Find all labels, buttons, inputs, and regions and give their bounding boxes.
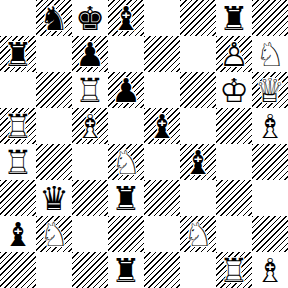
square-b6[interactable] xyxy=(36,72,72,108)
square-f7[interactable] xyxy=(180,36,216,72)
square-a8[interactable] xyxy=(0,0,36,36)
square-g5[interactable] xyxy=(216,108,252,144)
square-d3[interactable]: ♜ xyxy=(108,180,144,216)
square-d2[interactable] xyxy=(108,216,144,252)
square-d5[interactable] xyxy=(108,108,144,144)
square-h3[interactable] xyxy=(252,180,288,216)
piece-white-king: ♚♔ xyxy=(216,72,252,108)
square-e7[interactable] xyxy=(144,36,180,72)
square-h6[interactable]: ♛♕ xyxy=(252,72,288,108)
piece-white-rook: ♜♖ xyxy=(72,72,108,108)
square-f2[interactable]: ♞♘ xyxy=(180,216,216,252)
piece-white-knight: ♞♘ xyxy=(36,216,72,252)
square-g1[interactable]: ♜♖ xyxy=(216,252,252,288)
piece-white-queen: ♛♕ xyxy=(252,72,288,108)
square-h4[interactable] xyxy=(252,144,288,180)
piece-black-pawn: ♟ xyxy=(108,72,144,108)
square-a5[interactable]: ♜♖ xyxy=(0,108,36,144)
square-e6[interactable] xyxy=(144,72,180,108)
piece-black-bishop: ♝ xyxy=(144,108,180,144)
piece-white-knight: ♞♘ xyxy=(108,144,144,180)
square-c8[interactable]: ♚ xyxy=(72,0,108,36)
piece-black-bishop: ♝ xyxy=(108,0,144,36)
square-g2[interactable] xyxy=(216,216,252,252)
square-b1[interactable] xyxy=(36,252,72,288)
piece-black-pawn: ♟ xyxy=(72,36,108,72)
square-h2[interactable] xyxy=(252,216,288,252)
square-c3[interactable] xyxy=(72,180,108,216)
square-a7[interactable]: ♜ xyxy=(0,36,36,72)
square-e3[interactable] xyxy=(144,180,180,216)
square-a4[interactable]: ♜♖ xyxy=(0,144,36,180)
square-f5[interactable] xyxy=(180,108,216,144)
square-e5[interactable]: ♝ xyxy=(144,108,180,144)
square-c2[interactable] xyxy=(72,216,108,252)
square-b5[interactable] xyxy=(36,108,72,144)
square-c6[interactable]: ♜♖ xyxy=(72,72,108,108)
square-g6[interactable]: ♚♔ xyxy=(216,72,252,108)
square-g3[interactable] xyxy=(216,180,252,216)
square-d4[interactable]: ♞♘ xyxy=(108,144,144,180)
square-b3[interactable]: ♛ xyxy=(36,180,72,216)
square-b2[interactable]: ♞♘ xyxy=(36,216,72,252)
square-a3[interactable] xyxy=(0,180,36,216)
piece-white-rook: ♜♖ xyxy=(0,108,36,144)
piece-white-rook: ♜♖ xyxy=(216,252,252,288)
square-g7[interactable]: ♟♙ xyxy=(216,36,252,72)
square-b4[interactable] xyxy=(36,144,72,180)
piece-white-knight: ♞♘ xyxy=(252,36,288,72)
square-a1[interactable] xyxy=(0,252,36,288)
square-c5[interactable]: ♝♗ xyxy=(72,108,108,144)
piece-black-rook: ♜ xyxy=(108,180,144,216)
square-f6[interactable] xyxy=(180,72,216,108)
piece-black-rook: ♜ xyxy=(0,36,36,72)
piece-white-knight: ♞♘ xyxy=(180,216,216,252)
piece-white-rook: ♜♖ xyxy=(0,144,36,180)
square-d8[interactable]: ♝ xyxy=(108,0,144,36)
square-b8[interactable]: ♞ xyxy=(36,0,72,36)
square-e4[interactable] xyxy=(144,144,180,180)
piece-black-rook: ♜ xyxy=(108,252,144,288)
square-d1[interactable]: ♜ xyxy=(108,252,144,288)
piece-white-bishop: ♝♗ xyxy=(252,252,288,288)
square-c4[interactable] xyxy=(72,144,108,180)
square-h7[interactable]: ♞♘ xyxy=(252,36,288,72)
square-f8[interactable] xyxy=(180,0,216,36)
piece-black-knight: ♞ xyxy=(36,0,72,36)
square-h1[interactable]: ♝♗ xyxy=(252,252,288,288)
piece-white-pawn: ♟♙ xyxy=(216,36,252,72)
square-e8[interactable] xyxy=(144,0,180,36)
square-a2[interactable]: ♝ xyxy=(0,216,36,252)
piece-black-rook: ♜ xyxy=(216,0,252,36)
square-g4[interactable] xyxy=(216,144,252,180)
square-c1[interactable] xyxy=(72,252,108,288)
square-f4[interactable]: ♝ xyxy=(180,144,216,180)
piece-white-bishop: ♝♗ xyxy=(252,108,288,144)
square-h8[interactable] xyxy=(252,0,288,36)
square-f1[interactable] xyxy=(180,252,216,288)
square-h5[interactable]: ♝♗ xyxy=(252,108,288,144)
piece-black-queen: ♛ xyxy=(36,180,72,216)
square-a6[interactable] xyxy=(0,72,36,108)
square-d7[interactable] xyxy=(108,36,144,72)
piece-white-bishop: ♝♗ xyxy=(72,108,108,144)
square-e2[interactable] xyxy=(144,216,180,252)
square-c7[interactable]: ♟ xyxy=(72,36,108,72)
square-b7[interactable] xyxy=(36,36,72,72)
piece-black-bishop: ♝ xyxy=(180,144,216,180)
piece-black-bishop: ♝ xyxy=(0,216,36,252)
square-f3[interactable] xyxy=(180,180,216,216)
square-g8[interactable]: ♜ xyxy=(216,0,252,36)
square-d6[interactable]: ♟ xyxy=(108,72,144,108)
square-e1[interactable] xyxy=(144,252,180,288)
piece-black-king: ♚ xyxy=(72,0,108,36)
chess-board: ♞♚♝♜♜♟♟♙♞♘♜♖♟♚♔♛♕♜♖♝♗♝♝♗♜♖♞♘♝♛♜♝♞♘♞♘♜♜♖♝… xyxy=(0,0,288,288)
